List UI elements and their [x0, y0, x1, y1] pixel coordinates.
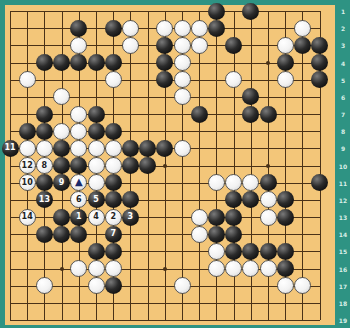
go-stone-black[interactable] [36, 54, 53, 71]
go-stone-white[interactable]: ▲ [70, 174, 87, 191]
go-stone-black[interactable] [88, 54, 105, 71]
go-stone-black[interactable] [277, 209, 294, 226]
go-stone-white[interactable] [191, 20, 208, 37]
go-stone-black[interactable] [260, 243, 277, 260]
grid-line-vertical [302, 11, 303, 320]
go-stone-white[interactable] [70, 140, 87, 157]
go-stone-black[interactable] [225, 191, 242, 208]
row-coordinate-label: 10 [336, 163, 350, 170]
go-stone-black[interactable] [208, 3, 225, 20]
go-stone-white[interactable] [260, 191, 277, 208]
go-stone-black[interactable] [191, 106, 208, 123]
go-stone-black[interactable] [105, 54, 122, 71]
triangle-marker-icon: ▲ [75, 177, 83, 187]
go-stone-white[interactable] [36, 277, 53, 294]
move-number-label: 13 [39, 195, 50, 203]
row-coordinate-label: 13 [336, 214, 350, 221]
go-stone-black[interactable] [139, 157, 156, 174]
go-stone-black[interactable] [70, 54, 87, 71]
go-stone-black[interactable] [225, 209, 242, 226]
go-stone-black[interactable] [277, 243, 294, 260]
hoshi-star-point [163, 164, 167, 168]
grid-line-horizontal [10, 320, 320, 321]
go-stone-white[interactable] [174, 54, 191, 71]
go-stone-black[interactable] [225, 243, 242, 260]
go-stone-black[interactable] [105, 243, 122, 260]
go-stone-black[interactable] [242, 243, 259, 260]
go-stone-black[interactable] [53, 140, 70, 157]
go-stone-white[interactable] [19, 140, 36, 157]
go-stone-white[interactable] [225, 71, 242, 88]
move-number-label: 8 [42, 161, 48, 169]
go-stone-white[interactable] [88, 260, 105, 277]
go-stone-black[interactable] [311, 37, 328, 54]
go-stone-black[interactable] [242, 106, 259, 123]
row-coordinate-label: 4 [336, 60, 350, 67]
hoshi-star-point [266, 164, 270, 168]
go-stone-black[interactable] [311, 174, 328, 191]
go-stone-white[interactable] [122, 37, 139, 54]
go-stone-white[interactable] [242, 260, 259, 277]
go-stone-white[interactable]: 8 [36, 157, 53, 174]
grid-line-vertical [199, 11, 200, 320]
go-stone-black[interactable] [225, 37, 242, 54]
go-stone-black[interactable] [36, 174, 53, 191]
go-stone-black[interactable] [156, 54, 173, 71]
go-stone-black[interactable] [105, 191, 122, 208]
go-stone-black[interactable] [294, 37, 311, 54]
go-stone-black[interactable] [242, 191, 259, 208]
go-stone-white[interactable] [242, 174, 259, 191]
go-stone-black[interactable] [277, 54, 294, 71]
go-stone-black[interactable] [260, 106, 277, 123]
go-stone-white[interactable]: 10 [19, 174, 36, 191]
row-coordinate-label: 19 [336, 317, 350, 324]
go-stone-black[interactable]: 13 [36, 191, 53, 208]
go-board-frame: 11128109▲13651414237 1234567891011121314… [0, 0, 350, 328]
go-stone-white[interactable] [294, 277, 311, 294]
go-stone-black[interactable] [122, 191, 139, 208]
go-stone-white[interactable]: 2 [105, 209, 122, 226]
row-coordinate-label: 17 [336, 283, 350, 290]
go-stone-white[interactable] [191, 37, 208, 54]
go-stone-white[interactable] [174, 37, 191, 54]
go-stone-black[interactable]: 3 [122, 209, 139, 226]
go-stone-black[interactable]: 7 [105, 226, 122, 243]
go-board[interactable]: 11128109▲13651414237 [5, 5, 335, 325]
move-number-label: 5 [93, 195, 99, 203]
go-stone-white[interactable] [70, 123, 87, 140]
go-stone-black[interactable] [122, 140, 139, 157]
hoshi-star-point [163, 267, 167, 271]
go-stone-black[interactable] [70, 20, 87, 37]
row-coordinate-label: 8 [336, 128, 350, 135]
go-stone-white[interactable] [225, 260, 242, 277]
go-stone-black[interactable] [70, 226, 87, 243]
go-stone-black[interactable] [156, 71, 173, 88]
go-stone-white[interactable] [260, 260, 277, 277]
row-coordinate-label: 7 [336, 111, 350, 118]
move-number-label: 2 [110, 213, 116, 221]
go-stone-white[interactable] [277, 71, 294, 88]
move-number-label: 1 [76, 213, 82, 221]
go-stone-black[interactable]: 5 [88, 191, 105, 208]
hoshi-star-point [60, 267, 64, 271]
go-stone-black[interactable] [311, 54, 328, 71]
go-stone-white[interactable] [208, 243, 225, 260]
go-stone-black[interactable] [311, 71, 328, 88]
go-stone-white[interactable] [88, 174, 105, 191]
go-stone-white[interactable] [88, 140, 105, 157]
go-stone-white[interactable] [53, 88, 70, 105]
go-stone-white[interactable]: 14 [19, 209, 36, 226]
go-stone-white[interactable] [36, 140, 53, 157]
go-stone-black[interactable] [88, 243, 105, 260]
go-stone-black[interactable] [36, 226, 53, 243]
row-coordinate-label: 11 [336, 180, 350, 187]
grid-line-horizontal [10, 286, 320, 287]
go-stone-white[interactable] [191, 226, 208, 243]
go-stone-white[interactable]: 6 [70, 191, 87, 208]
go-stone-white[interactable] [277, 37, 294, 54]
go-stone-white[interactable] [122, 20, 139, 37]
go-stone-white[interactable] [88, 157, 105, 174]
move-number-label: 7 [110, 230, 116, 238]
go-stone-white[interactable]: 12 [19, 157, 36, 174]
move-number-label: 14 [22, 213, 33, 221]
move-number-label: 12 [22, 161, 33, 169]
move-number-label: 10 [22, 178, 33, 186]
go-stone-white[interactable] [294, 20, 311, 37]
move-number-label: 3 [128, 213, 134, 221]
row-coordinate-label: 6 [336, 94, 350, 101]
move-number-label: 9 [59, 178, 65, 186]
go-stone-black[interactable]: 1 [70, 209, 87, 226]
go-stone-black[interactable] [19, 123, 36, 140]
go-stone-black[interactable] [105, 123, 122, 140]
go-stone-black[interactable] [260, 174, 277, 191]
go-stone-black[interactable] [225, 226, 242, 243]
row-coordinate-label: 1 [336, 8, 350, 15]
go-stone-black[interactable]: 11 [2, 140, 19, 157]
row-coordinate-label: 2 [336, 25, 350, 32]
go-stone-white[interactable] [174, 71, 191, 88]
row-coordinate-label: 3 [336, 42, 350, 49]
go-stone-white[interactable] [156, 20, 173, 37]
row-coordinate-label: 15 [336, 248, 350, 255]
go-stone-white[interactable] [174, 140, 191, 157]
go-stone-white[interactable] [88, 277, 105, 294]
go-stone-black[interactable] [242, 88, 259, 105]
move-number-label: 6 [76, 195, 82, 203]
go-stone-black[interactable] [53, 209, 70, 226]
go-stone-white[interactable] [225, 174, 242, 191]
go-stone-white[interactable] [70, 106, 87, 123]
go-stone-black[interactable] [53, 226, 70, 243]
go-stone-black[interactable] [36, 106, 53, 123]
go-stone-black[interactable] [156, 140, 173, 157]
grid-line-horizontal [10, 303, 320, 304]
move-number-label: 4 [93, 213, 99, 221]
go-stone-black[interactable] [156, 37, 173, 54]
row-coordinate-label: 18 [336, 300, 350, 307]
go-stone-white[interactable] [70, 260, 87, 277]
go-stone-black[interactable] [208, 209, 225, 226]
row-coordinate-label: 5 [336, 77, 350, 84]
go-stone-white[interactable] [53, 123, 70, 140]
go-stone-black[interactable] [36, 123, 53, 140]
go-stone-white[interactable] [174, 277, 191, 294]
go-stone-black[interactable] [88, 106, 105, 123]
go-stone-white[interactable] [208, 260, 225, 277]
go-stone-black[interactable] [70, 157, 87, 174]
go-stone-black[interactable] [208, 226, 225, 243]
go-stone-white[interactable] [105, 260, 122, 277]
go-stone-black[interactable] [105, 174, 122, 191]
go-stone-black[interactable] [242, 3, 259, 20]
go-stone-white[interactable] [277, 277, 294, 294]
go-stone-black[interactable] [53, 54, 70, 71]
go-stone-white[interactable] [174, 88, 191, 105]
go-stone-white[interactable] [208, 174, 225, 191]
go-stone-white[interactable] [105, 71, 122, 88]
go-stone-black[interactable] [208, 20, 225, 37]
go-stone-black[interactable] [277, 191, 294, 208]
row-coordinate-label: 9 [336, 145, 350, 152]
move-number-label: 11 [4, 144, 15, 152]
go-stone-white[interactable] [105, 157, 122, 174]
go-stone-black[interactable] [105, 277, 122, 294]
go-stone-white[interactable] [174, 20, 191, 37]
go-stone-white[interactable]: 4 [88, 209, 105, 226]
go-stone-white[interactable] [260, 209, 277, 226]
go-stone-black[interactable] [139, 140, 156, 157]
go-stone-black[interactable] [53, 157, 70, 174]
go-stone-white[interactable] [191, 209, 208, 226]
go-stone-white[interactable] [105, 140, 122, 157]
row-coordinate-label: 16 [336, 266, 350, 273]
row-coordinate-label: 12 [336, 197, 350, 204]
go-stone-black[interactable] [277, 260, 294, 277]
go-stone-white[interactable] [19, 71, 36, 88]
go-stone-white[interactable] [70, 37, 87, 54]
go-stone-black[interactable] [88, 123, 105, 140]
row-coordinate-label: 14 [336, 231, 350, 238]
go-stone-black[interactable] [105, 20, 122, 37]
hoshi-star-point [266, 61, 270, 65]
go-stone-black[interactable]: 9 [53, 174, 70, 191]
go-stone-black[interactable] [122, 157, 139, 174]
